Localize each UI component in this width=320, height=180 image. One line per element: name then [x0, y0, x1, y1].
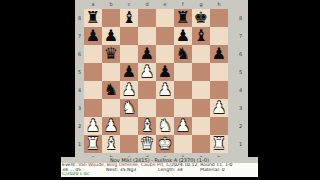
- square-c2: [120, 117, 138, 135]
- square-a5: [84, 63, 102, 81]
- chess-app-window: abcdefgh 87654321 ♜♝♜♚♟♟♟♝♛♟♞♟♟♟♟♞♟♟♞♟♟♟…: [75, 0, 248, 163]
- piece-white-rook: ♜: [84, 135, 102, 153]
- piece-black-pawn: ♟: [102, 27, 120, 45]
- square-d3: [138, 99, 156, 117]
- piece-black-knight: ♞: [174, 45, 192, 63]
- square-h5: [210, 63, 228, 81]
- square-e4: ♟: [156, 81, 174, 99]
- piece-white-king: ♚: [156, 135, 174, 153]
- square-h8: [210, 9, 228, 27]
- square-d8: [138, 9, 156, 27]
- file-label-d: d: [138, 0, 156, 9]
- rank-labels-right: 87654321: [228, 9, 248, 153]
- piece-black-king: ♚: [192, 9, 210, 27]
- square-f1: [174, 135, 192, 153]
- rank-label-1: 1: [239, 135, 248, 153]
- square-g7: ♝: [192, 27, 210, 45]
- next-move: Next: 35.Ng3: [106, 168, 158, 173]
- square-b1: ♝: [102, 135, 120, 153]
- square-a8: ♜: [84, 9, 102, 27]
- square-a1: ♜: [84, 135, 102, 153]
- square-g3: [192, 99, 210, 117]
- square-b8: [102, 9, 120, 27]
- piece-black-bishop: ♝: [192, 27, 210, 45]
- piece-black-rook: ♜: [174, 9, 192, 27]
- material-balance: Material: 0: [200, 168, 225, 173]
- square-c5: ♟: [120, 63, 138, 81]
- file-label-e: e: [156, 0, 174, 9]
- square-c4: ♟: [120, 81, 138, 99]
- piece-black-pawn: ♟: [156, 63, 174, 81]
- piece-white-pawn: ♟: [120, 81, 138, 99]
- event-highlight: Van Woude, Borg Defense, Caube Prt,: [78, 163, 165, 167]
- rank-label-5: 5: [239, 63, 248, 81]
- piece-white-knight: ♞: [120, 99, 138, 117]
- piece-black-queen: ♛: [102, 45, 120, 63]
- piece-white-pawn: ♟: [156, 81, 174, 99]
- square-e5: ♟: [156, 63, 174, 81]
- square-h3: ♟: [210, 99, 228, 117]
- piece-white-queen: ♛: [138, 135, 156, 153]
- square-d5: ♟: [138, 63, 156, 81]
- rank-label-6: 6: [239, 45, 248, 63]
- piece-white-knight: ♞: [156, 117, 174, 135]
- square-b4: ♞: [102, 81, 120, 99]
- piece-white-bishop: ♝: [102, 135, 120, 153]
- piece-black-bishop: ♝: [120, 9, 138, 27]
- square-e2: ♞: [156, 117, 174, 135]
- piece-white-pawn: ♟: [174, 117, 192, 135]
- piece-black-pawn: ♟: [120, 63, 138, 81]
- square-g4: [192, 81, 210, 99]
- rank-label-2: 2: [75, 117, 84, 135]
- piece-white-pawn: ♟: [102, 117, 120, 135]
- piece-white-pawn: ♟: [138, 63, 156, 81]
- square-a7: ♟: [84, 27, 102, 45]
- square-d4: [138, 81, 156, 99]
- square-e3: [156, 99, 174, 117]
- square-f2: ♟: [174, 117, 192, 135]
- info-box: Event: Van Woude, Borg Defense, Caube Pr…: [61, 163, 258, 177]
- square-e7: [156, 27, 174, 45]
- square-c8: ♝: [120, 9, 138, 27]
- square-h6: ♟: [210, 45, 228, 63]
- square-g1: [192, 135, 210, 153]
- square-f6: ♞: [174, 45, 192, 63]
- piece-white-bishop: ♝: [138, 117, 156, 135]
- rank-label-3: 3: [75, 99, 84, 117]
- square-b6: ♛: [102, 45, 120, 63]
- square-b2: ♟: [102, 117, 120, 135]
- board-with-rank-labels: 87654321 ♜♝♜♚♟♟♟♝♛♟♞♟♟♟♟♞♟♟♞♟♟♟♝♞♟♜♝♛♚♜ …: [75, 9, 248, 153]
- square-g8: ♚: [192, 9, 210, 27]
- piece-black-rook: ♜: [84, 9, 102, 27]
- square-g2: [192, 117, 210, 135]
- rank-labels-left: 87654321: [75, 9, 84, 153]
- piece-white-pawn: ♟: [210, 99, 228, 117]
- square-c7: [120, 27, 138, 45]
- square-f7: ♟: [174, 27, 192, 45]
- piece-black-pawn: ♟: [174, 27, 192, 45]
- square-a6: [84, 45, 102, 63]
- square-c1: [120, 135, 138, 153]
- game-length: Length: 34: [158, 168, 200, 173]
- square-h1: ♜: [210, 135, 228, 153]
- rank-label-8: 8: [239, 9, 248, 27]
- rank-label-7: 7: [75, 27, 84, 45]
- square-c6: [120, 45, 138, 63]
- square-e6: [156, 45, 174, 63]
- piece-black-knight: ♞: [102, 81, 120, 99]
- square-h4: [210, 81, 228, 99]
- square-c3: ♞: [120, 99, 138, 117]
- rank-label-5: 5: [75, 63, 84, 81]
- square-d1: ♛: [138, 135, 156, 153]
- rank-label-3: 3: [239, 99, 248, 117]
- square-e1: ♚: [156, 135, 174, 153]
- square-b7: ♟: [102, 27, 120, 45]
- chess-board: ♜♝♜♚♟♟♟♝♛♟♞♟♟♟♟♞♟♟♞♟♟♟♝♞♟♜♝♛♚♜: [84, 9, 228, 153]
- event-rest: C/2024.10.12, Round 11, 1-0: [165, 163, 233, 167]
- piece-black-pawn: ♟: [138, 45, 156, 63]
- game-info-panel: Nov Mikl (2415) - Ruifrok A (2370) (1-0)…: [61, 157, 258, 177]
- rank-label-4: 4: [239, 81, 248, 99]
- square-a3: [84, 99, 102, 117]
- rank-label-7: 7: [239, 27, 248, 45]
- rank-label-4: 4: [75, 81, 84, 99]
- square-f8: ♜: [174, 9, 192, 27]
- rank-label-6: 6: [75, 45, 84, 63]
- copyright-line: C/2020 L-bc: [62, 172, 257, 177]
- event-label: Event:: [62, 163, 78, 167]
- piece-black-pawn: ♟: [84, 27, 102, 45]
- square-g6: [192, 45, 210, 63]
- square-d2: ♝: [138, 117, 156, 135]
- square-f3: [174, 99, 192, 117]
- square-h2: [210, 117, 228, 135]
- square-d7: [138, 27, 156, 45]
- square-a2: ♟: [84, 117, 102, 135]
- file-label-h: h: [210, 0, 228, 9]
- square-h7: [210, 27, 228, 45]
- square-d6: ♟: [138, 45, 156, 63]
- rank-label-1: 1: [75, 135, 84, 153]
- square-g5: [192, 63, 210, 81]
- rank-label-8: 8: [75, 9, 84, 27]
- square-f4: [174, 81, 192, 99]
- square-e8: [156, 9, 174, 27]
- file-label-b: b: [102, 0, 120, 9]
- video-frame: abcdefgh 87654321 ♜♝♜♚♟♟♟♝♛♟♞♟♟♟♟♞♟♟♞♟♟♟…: [0, 0, 320, 180]
- piece-black-pawn: ♟: [210, 45, 228, 63]
- square-f5: [174, 63, 192, 81]
- square-b3: [102, 99, 120, 117]
- square-a4: [84, 81, 102, 99]
- piece-white-pawn: ♟: [84, 117, 102, 135]
- piece-white-rook: ♜: [210, 135, 228, 153]
- rank-label-2: 2: [239, 117, 248, 135]
- square-b5: [102, 63, 120, 81]
